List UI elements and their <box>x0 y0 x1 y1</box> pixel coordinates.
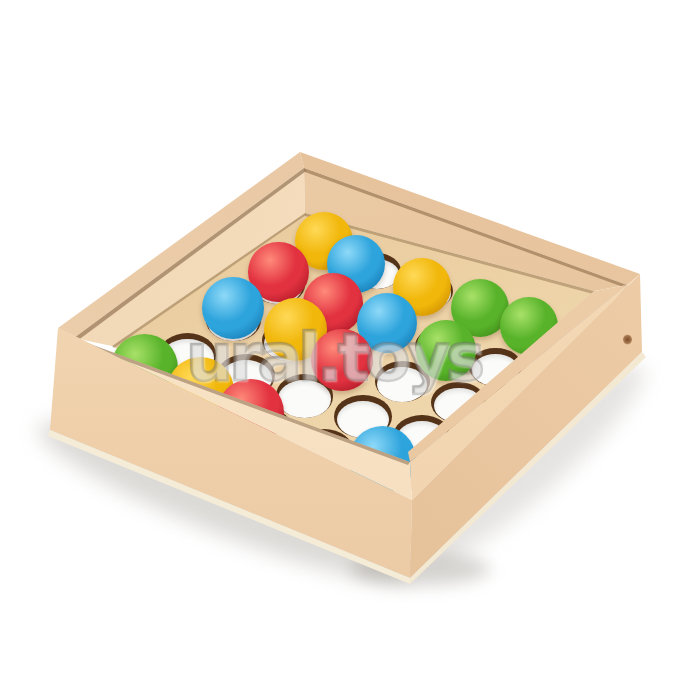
product-photo: ural.toys <box>0 0 700 700</box>
watermark: ural.toys <box>186 318 546 408</box>
wood-knot <box>623 334 632 345</box>
